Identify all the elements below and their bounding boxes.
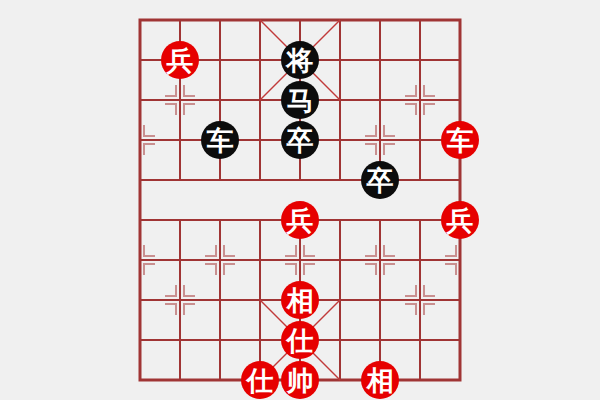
point-8-2[interactable] — [440, 80, 480, 120]
point-2-2[interactable] — [200, 80, 240, 120]
point-0-8[interactable] — [120, 320, 160, 360]
point-0-0[interactable] — [120, 0, 160, 40]
point-5-0[interactable] — [320, 0, 360, 40]
point-6-6[interactable] — [360, 240, 400, 280]
point-4-6[interactable] — [280, 240, 320, 280]
point-6-4[interactable]: 卒 — [360, 160, 400, 200]
point-0-1[interactable] — [120, 40, 160, 80]
point-7-1[interactable] — [400, 40, 440, 80]
point-6-3[interactable] — [360, 120, 400, 160]
point-8-7[interactable] — [440, 280, 480, 320]
point-5-5[interactable] — [320, 200, 360, 240]
point-7-8[interactable] — [400, 320, 440, 360]
point-5-1[interactable] — [320, 40, 360, 80]
point-5-2[interactable] — [320, 80, 360, 120]
red-elephant[interactable]: 相 — [361, 361, 399, 399]
red-soldier[interactable]: 兵 — [161, 41, 199, 79]
point-4-1[interactable]: 将 — [280, 40, 320, 80]
point-7-5[interactable] — [400, 200, 440, 240]
point-5-7[interactable] — [320, 280, 360, 320]
point-8-5[interactable]: 兵 — [440, 200, 480, 240]
red-advisor[interactable]: 仕 — [281, 321, 319, 359]
point-3-0[interactable] — [240, 0, 280, 40]
point-5-8[interactable] — [320, 320, 360, 360]
black-soldier[interactable]: 卒 — [361, 161, 399, 199]
point-0-2[interactable] — [120, 80, 160, 120]
point-3-5[interactable] — [240, 200, 280, 240]
point-6-2[interactable] — [360, 80, 400, 120]
point-1-0[interactable] — [160, 0, 200, 40]
point-4-7[interactable]: 相 — [280, 280, 320, 320]
point-1-3[interactable] — [160, 120, 200, 160]
point-4-5[interactable]: 兵 — [280, 200, 320, 240]
point-6-1[interactable] — [360, 40, 400, 80]
point-8-9[interactable] — [440, 360, 480, 400]
point-5-3[interactable] — [320, 120, 360, 160]
point-1-7[interactable] — [160, 280, 200, 320]
point-3-8[interactable] — [240, 320, 280, 360]
point-1-5[interactable] — [160, 200, 200, 240]
black-general[interactable]: 将 — [281, 41, 319, 79]
point-5-6[interactable] — [320, 240, 360, 280]
point-4-0[interactable] — [280, 0, 320, 40]
point-7-0[interactable] — [400, 0, 440, 40]
point-4-8[interactable]: 仕 — [280, 320, 320, 360]
point-1-8[interactable] — [160, 320, 200, 360]
point-1-2[interactable] — [160, 80, 200, 120]
point-6-8[interactable] — [360, 320, 400, 360]
point-0-9[interactable] — [120, 360, 160, 400]
board-grid: 兵将马车卒车卒兵兵相仕仕帅相 — [120, 0, 480, 400]
point-0-6[interactable] — [120, 240, 160, 280]
point-2-8[interactable] — [200, 320, 240, 360]
red-elephant[interactable]: 相 — [281, 281, 319, 319]
point-7-9[interactable] — [400, 360, 440, 400]
point-3-9[interactable]: 仕 — [240, 360, 280, 400]
point-2-9[interactable] — [200, 360, 240, 400]
xiangqi-board-screenshot: 兵将马车卒车卒兵兵相仕仕帅相 — [0, 0, 600, 400]
point-6-9[interactable]: 相 — [360, 360, 400, 400]
point-1-9[interactable] — [160, 360, 200, 400]
point-4-9[interactable]: 帅 — [280, 360, 320, 400]
point-1-1[interactable]: 兵 — [160, 40, 200, 80]
point-2-0[interactable] — [200, 0, 240, 40]
point-7-7[interactable] — [400, 280, 440, 320]
point-2-7[interactable] — [200, 280, 240, 320]
point-1-6[interactable] — [160, 240, 200, 280]
point-0-5[interactable] — [120, 200, 160, 240]
point-4-4[interactable] — [280, 160, 320, 200]
point-8-3[interactable]: 车 — [440, 120, 480, 160]
point-2-4[interactable] — [200, 160, 240, 200]
point-8-4[interactable] — [440, 160, 480, 200]
point-7-6[interactable] — [400, 240, 440, 280]
point-5-4[interactable] — [320, 160, 360, 200]
point-6-0[interactable] — [360, 0, 400, 40]
red-general[interactable]: 帅 — [281, 361, 319, 399]
point-0-3[interactable] — [120, 120, 160, 160]
point-3-1[interactable] — [240, 40, 280, 80]
point-0-4[interactable] — [120, 160, 160, 200]
point-8-8[interactable] — [440, 320, 480, 360]
red-chariot[interactable]: 车 — [441, 121, 479, 159]
point-7-3[interactable] — [400, 120, 440, 160]
point-3-4[interactable] — [240, 160, 280, 200]
point-5-9[interactable] — [320, 360, 360, 400]
point-2-1[interactable] — [200, 40, 240, 80]
point-2-3[interactable]: 车 — [200, 120, 240, 160]
point-6-5[interactable] — [360, 200, 400, 240]
point-2-6[interactable] — [200, 240, 240, 280]
point-8-6[interactable] — [440, 240, 480, 280]
point-3-2[interactable] — [240, 80, 280, 120]
black-chariot[interactable]: 车 — [201, 121, 239, 159]
red-soldier[interactable]: 兵 — [281, 201, 319, 239]
point-0-7[interactable] — [120, 280, 160, 320]
point-8-0[interactable] — [440, 0, 480, 40]
point-1-4[interactable] — [160, 160, 200, 200]
red-advisor[interactable]: 仕 — [241, 361, 279, 399]
point-7-2[interactable] — [400, 80, 440, 120]
point-3-3[interactable] — [240, 120, 280, 160]
point-4-3[interactable]: 卒 — [280, 120, 320, 160]
point-8-1[interactable] — [440, 40, 480, 80]
point-3-7[interactable] — [240, 280, 280, 320]
red-soldier[interactable]: 兵 — [441, 201, 479, 239]
point-3-6[interactable] — [240, 240, 280, 280]
point-2-5[interactable] — [200, 200, 240, 240]
black-horse[interactable]: 马 — [281, 81, 319, 119]
point-4-2[interactable]: 马 — [280, 80, 320, 120]
point-7-4[interactable] — [400, 160, 440, 200]
black-soldier[interactable]: 卒 — [281, 121, 319, 159]
point-6-7[interactable] — [360, 280, 400, 320]
